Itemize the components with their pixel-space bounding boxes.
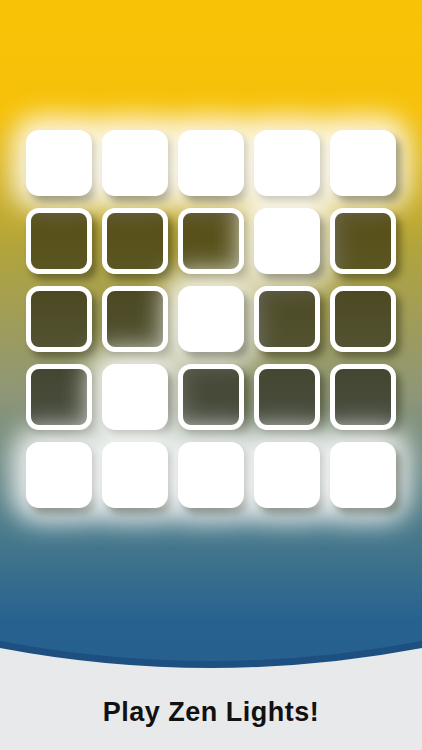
banner-title: Play Zen Lights! [0, 697, 422, 728]
tile-r4c1[interactable] [26, 364, 92, 430]
tile-r2c1[interactable] [26, 208, 92, 274]
tile-r3c1[interactable] [26, 286, 92, 352]
banner-curve [0, 640, 422, 750]
tile-r1c3[interactable] [178, 130, 244, 196]
tile-r5c1[interactable] [26, 442, 92, 508]
tile-r3c4[interactable] [254, 286, 320, 352]
tile-r4c2[interactable] [102, 364, 168, 430]
tile-r5c3[interactable] [178, 442, 244, 508]
tile-r1c5[interactable] [330, 130, 396, 196]
tile-r1c2[interactable] [102, 130, 168, 196]
tile-r3c2[interactable] [102, 286, 168, 352]
app-screen: Play Zen Lights! [0, 0, 422, 750]
tile-r3c5[interactable] [330, 286, 396, 352]
tile-r4c5[interactable] [330, 364, 396, 430]
tile-r1c1[interactable] [26, 130, 92, 196]
tile-r4c4[interactable] [254, 364, 320, 430]
tile-r5c2[interactable] [102, 442, 168, 508]
tile-r2c3[interactable] [178, 208, 244, 274]
tile-r2c2[interactable] [102, 208, 168, 274]
tile-r2c4[interactable] [254, 208, 320, 274]
tile-r1c4[interactable] [254, 130, 320, 196]
lights-out-board [26, 130, 396, 508]
tile-r5c5[interactable] [330, 442, 396, 508]
tile-r2c5[interactable] [330, 208, 396, 274]
tile-r3c3[interactable] [178, 286, 244, 352]
tile-r4c3[interactable] [178, 364, 244, 430]
tile-r5c4[interactable] [254, 442, 320, 508]
